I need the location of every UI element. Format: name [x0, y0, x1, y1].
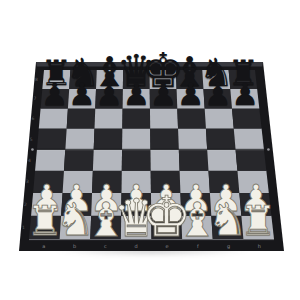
- square-f1: [181, 216, 212, 239]
- square-d4: [122, 149, 151, 170]
- square-c2: [91, 193, 121, 216]
- square-b4: [64, 149, 94, 170]
- file-label-h: h: [258, 243, 261, 249]
- file-label-e: e: [165, 243, 168, 249]
- square-a2: [31, 193, 62, 216]
- square-c1: [90, 216, 121, 239]
- square-b3: [63, 171, 93, 193]
- square-f5: [178, 129, 207, 150]
- square-c5: [94, 129, 123, 150]
- square-b5: [65, 129, 94, 150]
- square-e3: [151, 171, 181, 193]
- square-f2: [180, 193, 211, 216]
- square-g5: [206, 129, 236, 150]
- square-g1: [211, 216, 243, 239]
- square-e5: [150, 129, 179, 150]
- square-g8: [202, 70, 230, 89]
- file-label-c: c: [104, 243, 107, 249]
- square-e6: [150, 108, 178, 128]
- square-b6: [67, 108, 96, 128]
- square-g2: [210, 193, 241, 216]
- right-hinge-pin: [267, 148, 270, 151]
- square-h5: [234, 129, 264, 150]
- square-a7: [41, 89, 70, 109]
- square-h6: [232, 108, 262, 128]
- square-h7: [230, 89, 259, 109]
- square-f6: [177, 108, 206, 128]
- square-h8: [229, 70, 258, 89]
- square-d7: [123, 89, 150, 109]
- square-d1: [121, 216, 152, 239]
- square-a5: [37, 129, 67, 150]
- rank-label-6: 6: [32, 116, 35, 121]
- square-f8: [176, 70, 204, 89]
- square-f3: [180, 171, 210, 193]
- square-d8: [123, 70, 150, 89]
- square-c6: [94, 108, 122, 128]
- square-c8: [96, 70, 123, 89]
- square-e4: [150, 149, 179, 170]
- rank-label-3: 3: [26, 179, 29, 184]
- square-d3: [121, 171, 150, 193]
- square-b7: [68, 89, 96, 109]
- square-c3: [92, 171, 122, 193]
- square-a3: [33, 171, 64, 193]
- square-h4: [236, 149, 267, 170]
- file-label-a: a: [42, 243, 45, 249]
- square-e7: [150, 89, 178, 109]
- square-h2: [239, 193, 271, 216]
- square-e8: [150, 70, 177, 89]
- rank-label-8: 8: [35, 77, 38, 82]
- square-g4: [207, 149, 237, 170]
- square-c7: [95, 89, 123, 109]
- chess-set-product-photo: abcdefgh12345678 ♜♞♝♛♚♝♞♜♟♟♟♟♟♟♟♟♟♟♟♟♟♟♟…: [0, 0, 300, 300]
- square-b8: [69, 70, 97, 89]
- square-d2: [121, 193, 151, 216]
- square-d6: [122, 108, 150, 128]
- square-a4: [35, 149, 65, 170]
- hinge-seam: [37, 149, 264, 150]
- rank-label-4: 4: [28, 158, 31, 163]
- frame-back-rim: [36, 62, 263, 67]
- rank-label-7: 7: [33, 96, 36, 101]
- left-hinge-pin: [31, 148, 34, 151]
- square-b2: [61, 193, 92, 216]
- file-label-d: d: [135, 243, 138, 249]
- square-b1: [60, 216, 92, 239]
- square-g7: [203, 89, 232, 109]
- square-f4: [179, 149, 209, 170]
- square-a6: [39, 108, 68, 128]
- file-label-b: b: [73, 243, 76, 249]
- square-h1: [241, 216, 274, 239]
- chess-board: abcdefgh12345678: [0, 0, 300, 300]
- rank-label-2: 2: [24, 202, 27, 207]
- hinge-seam-highlight: [37, 150, 264, 151]
- square-a1: [29, 216, 61, 239]
- square-e2: [151, 193, 181, 216]
- square-c4: [93, 149, 122, 170]
- square-f7: [177, 89, 205, 109]
- square-h3: [237, 171, 268, 193]
- square-e1: [151, 216, 182, 239]
- rank-label-1: 1: [22, 225, 25, 230]
- square-d5: [122, 129, 150, 150]
- rank-label-5: 5: [30, 137, 33, 142]
- file-label-f: f: [197, 243, 199, 249]
- square-a8: [42, 70, 70, 89]
- square-g3: [209, 171, 240, 193]
- square-g6: [205, 108, 234, 128]
- file-label-g: g: [227, 243, 230, 250]
